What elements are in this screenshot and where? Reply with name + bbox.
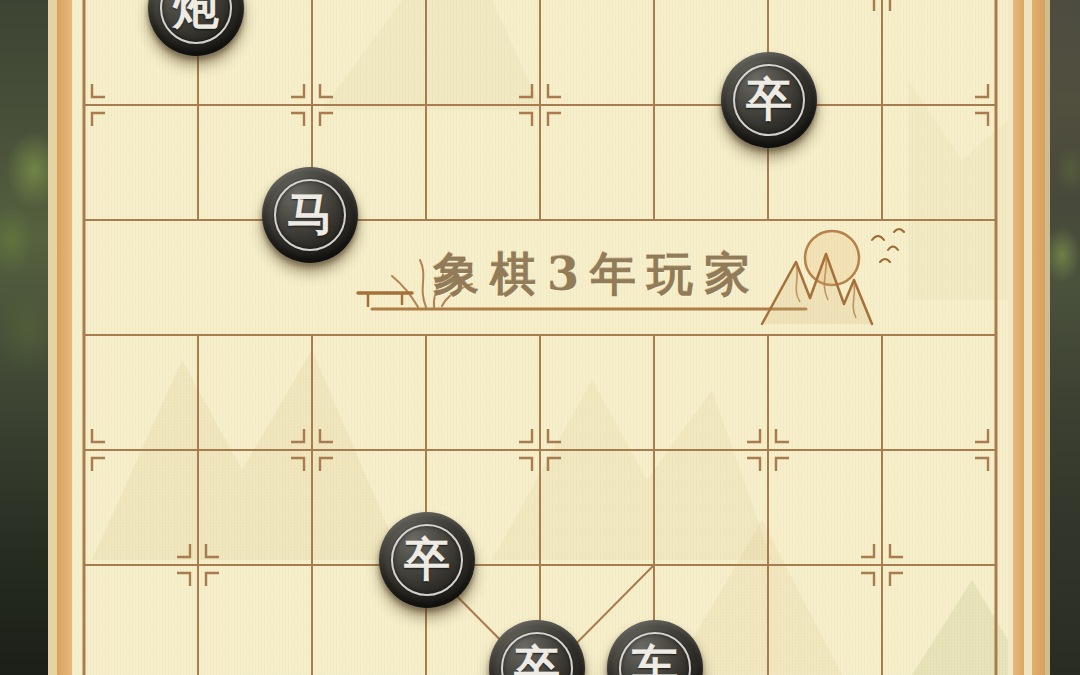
pieces-layer: 炮卒马卒卒车 bbox=[0, 0, 1080, 675]
piece-black-soldier[interactable]: 卒 bbox=[379, 512, 475, 608]
piece-black-soldier[interactable]: 卒 bbox=[721, 52, 817, 148]
xiangqi-board[interactable]: 象棋3年玩家 炮卒马卒卒车 bbox=[72, 0, 1008, 675]
piece-black-soldier[interactable]: 卒 bbox=[489, 620, 585, 675]
piece-black-cannon[interactable]: 炮 bbox=[148, 0, 244, 56]
piece-glyph: 卒 bbox=[404, 536, 450, 584]
piece-glyph: 卒 bbox=[514, 644, 560, 675]
piece-glyph: 马 bbox=[287, 191, 333, 239]
piece-black-chariot[interactable]: 车 bbox=[607, 620, 703, 675]
piece-black-horse[interactable]: 马 bbox=[262, 167, 358, 263]
piece-glyph: 卒 bbox=[746, 76, 792, 124]
xiangqi-video-frame: 象棋3年玩家 炮卒马卒卒车 bbox=[0, 0, 1080, 675]
piece-glyph: 车 bbox=[632, 644, 678, 675]
piece-glyph: 炮 bbox=[173, 0, 219, 32]
